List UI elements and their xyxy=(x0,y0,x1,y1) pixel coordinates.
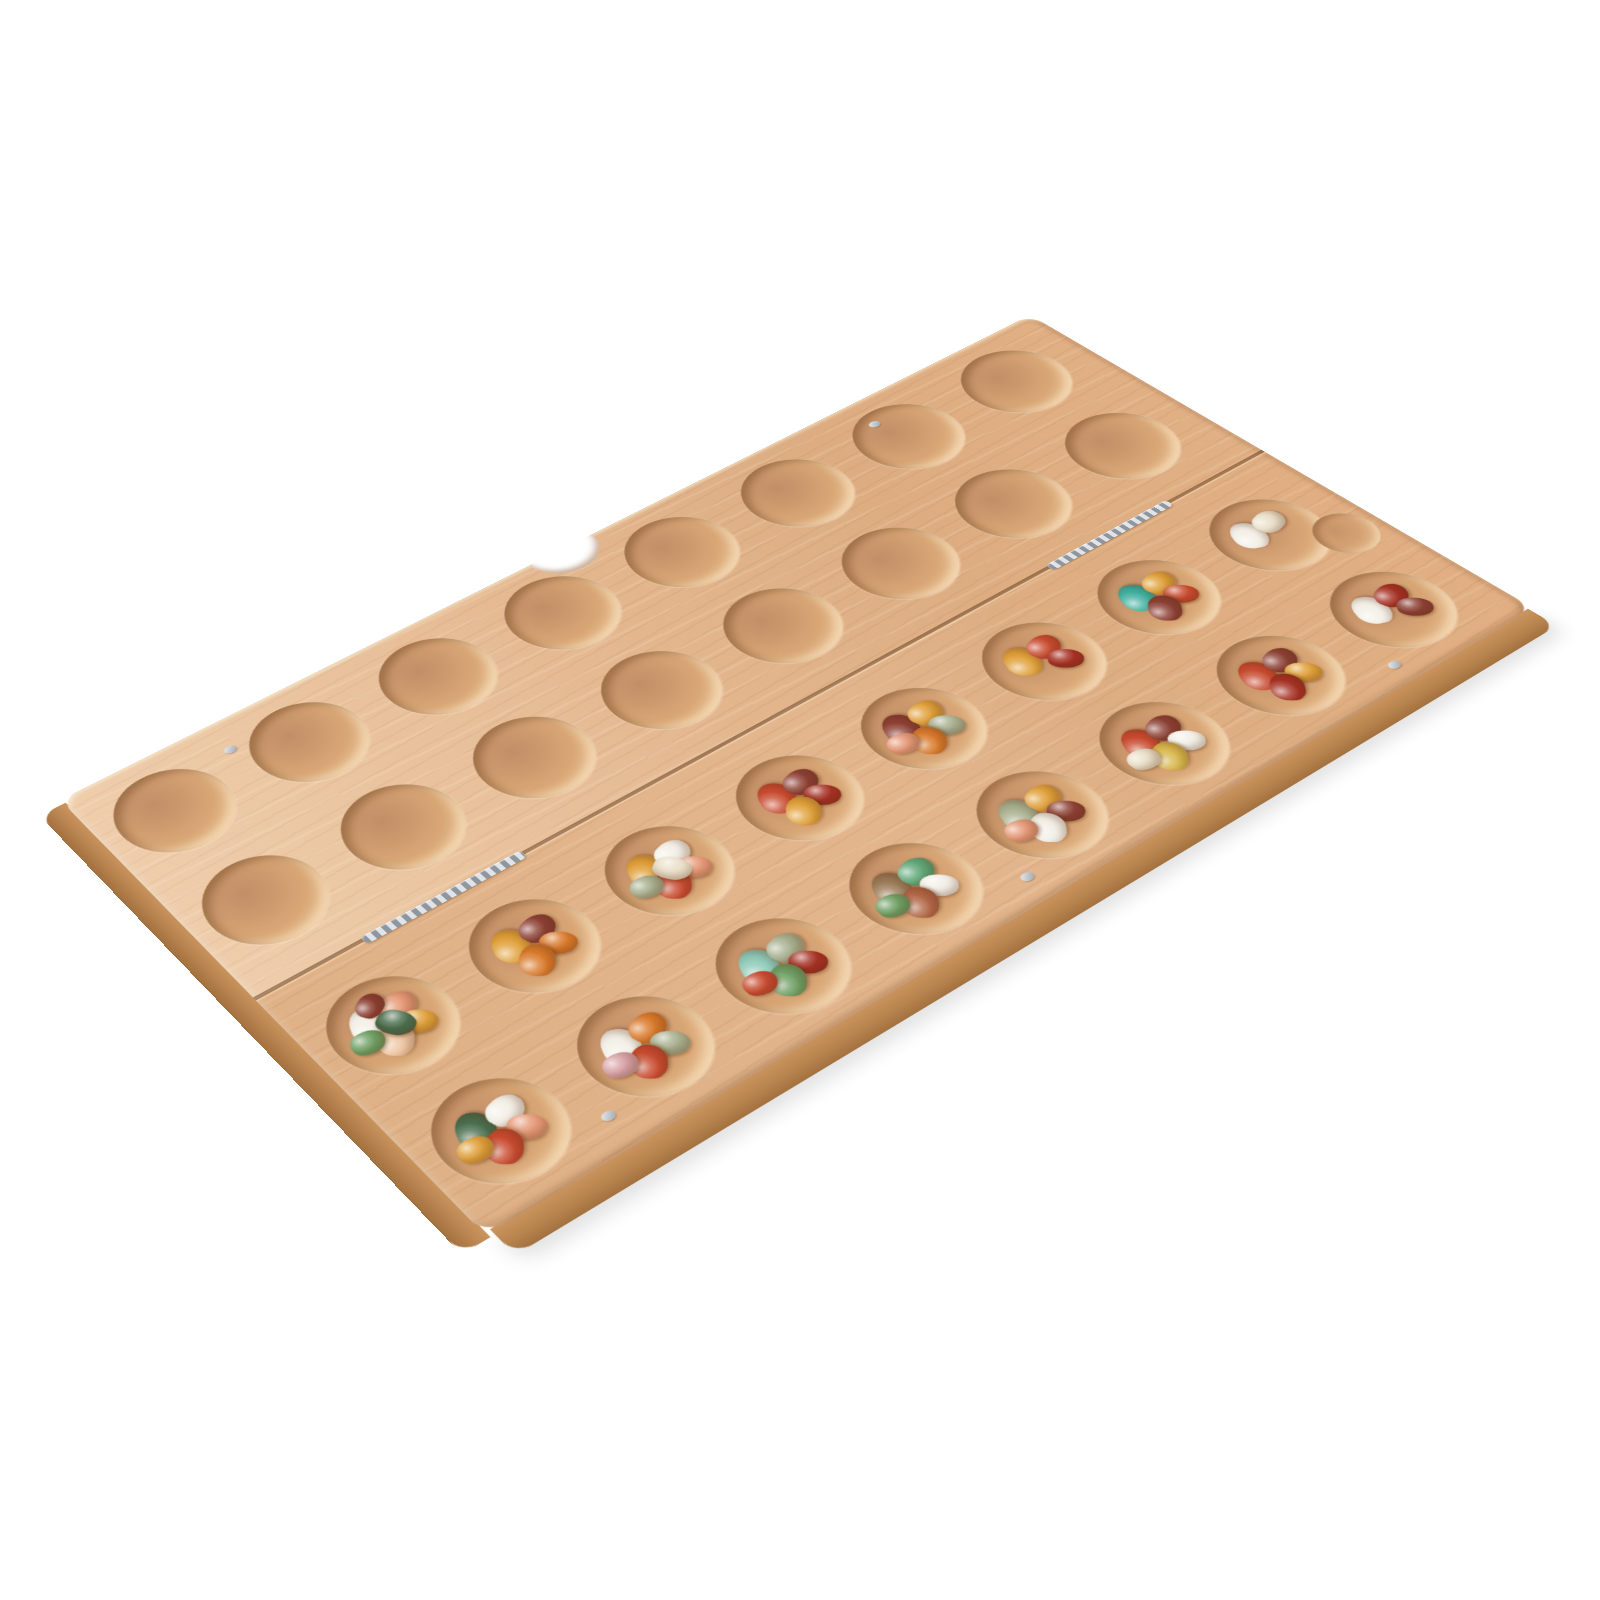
pit-r2-c8[interactable] xyxy=(1041,400,1204,493)
pit-r3-c1[interactable] xyxy=(300,957,486,1094)
magnet-dot xyxy=(599,1109,619,1124)
pit-r1-c4[interactable] xyxy=(481,562,645,665)
pit-r4-c7[interactable] xyxy=(1190,620,1371,731)
pit-r1-c2[interactable] xyxy=(226,687,393,799)
finger-notch xyxy=(502,514,615,584)
product-photo-scene xyxy=(0,0,1600,1600)
gemstone xyxy=(1046,649,1087,669)
pit-r2-c7[interactable] xyxy=(931,456,1096,552)
pit-r2-c3[interactable] xyxy=(449,701,621,816)
pit-r3-c2[interactable] xyxy=(442,881,626,1012)
pit-r1-c5[interactable] xyxy=(601,503,763,602)
pit-r4-c3[interactable] xyxy=(688,900,878,1034)
mancala-board xyxy=(60,315,1533,1235)
pit-r1-c6[interactable] xyxy=(718,446,878,541)
gemstone xyxy=(785,796,823,825)
pit-r4-c5[interactable] xyxy=(950,754,1136,876)
pit-r2-c4[interactable] xyxy=(576,636,746,746)
pit-r1-c1[interactable] xyxy=(91,753,260,870)
pit-r2-c5[interactable] xyxy=(699,574,867,679)
pit-r3-c6[interactable] xyxy=(956,608,1132,717)
magnet-dot xyxy=(222,744,239,755)
pit-r4-c4[interactable] xyxy=(822,826,1010,954)
pit-r3-c4[interactable] xyxy=(710,739,890,858)
board-top-surface xyxy=(60,315,1533,1235)
pit-r3-c5[interactable] xyxy=(835,672,1013,786)
pit-r4-c8[interactable] xyxy=(1304,557,1483,663)
pit-r2-c1[interactable] xyxy=(178,838,354,963)
gemstone xyxy=(518,944,556,976)
magnet-dot xyxy=(1018,870,1037,883)
pit-r1-c7[interactable] xyxy=(830,391,988,482)
pit-r4-c6[interactable] xyxy=(1073,686,1256,802)
gemstone xyxy=(1393,597,1437,617)
pit-r2-c6[interactable] xyxy=(817,514,984,615)
pit-r2-c2[interactable] xyxy=(316,768,490,888)
pit-r3-c7[interactable] xyxy=(1072,545,1246,649)
pit-r3-c3[interactable] xyxy=(579,809,761,934)
pit-r1-c3[interactable] xyxy=(356,623,521,730)
magnet-dot xyxy=(1385,659,1403,670)
pit-r1-c8[interactable] xyxy=(938,338,1095,425)
pit-r4-c2[interactable] xyxy=(549,977,742,1117)
